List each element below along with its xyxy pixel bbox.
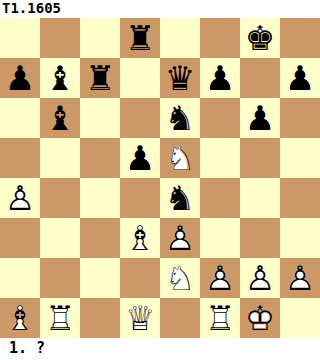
square-b6[interactable]: ♝ <box>40 98 80 138</box>
square-e5[interactable]: ♞♘ <box>160 138 200 178</box>
square-b4[interactable] <box>40 178 80 218</box>
square-h5[interactable] <box>280 138 320 178</box>
square-b3[interactable] <box>40 218 80 258</box>
square-g6[interactable]: ♟ <box>240 98 280 138</box>
square-f4[interactable] <box>200 178 240 218</box>
square-c3[interactable] <box>80 218 120 258</box>
piece-black-pawn: ♟ <box>200 58 240 98</box>
square-g8[interactable]: ♚ <box>240 18 280 58</box>
square-g7[interactable] <box>240 58 280 98</box>
square-e8[interactable] <box>160 18 200 58</box>
square-e3[interactable]: ♟♙ <box>160 218 200 258</box>
square-d1[interactable]: ♛♕ <box>120 298 160 338</box>
piece-black-pawn: ♟ <box>240 98 280 138</box>
piece-white-pawn: ♙ <box>160 218 200 258</box>
square-a4[interactable]: ♟♙ <box>0 178 40 218</box>
square-d7[interactable] <box>120 58 160 98</box>
square-f6[interactable] <box>200 98 240 138</box>
square-d8[interactable]: ♜ <box>120 18 160 58</box>
piece-white-pawn-fill: ♟ <box>0 178 40 218</box>
square-a3[interactable] <box>0 218 40 258</box>
square-b2[interactable] <box>40 258 80 298</box>
piece-black-rook: ♜ <box>120 18 160 58</box>
piece-white-bishop-fill: ♝ <box>120 218 160 258</box>
square-c6[interactable] <box>80 98 120 138</box>
square-b7[interactable]: ♝ <box>40 58 80 98</box>
puzzle-id: T1.1605 <box>0 0 320 18</box>
square-e4[interactable]: ♞ <box>160 178 200 218</box>
square-a2[interactable] <box>0 258 40 298</box>
piece-white-pawn-fill: ♟ <box>280 258 320 298</box>
square-d2[interactable] <box>120 258 160 298</box>
square-d4[interactable] <box>120 178 160 218</box>
piece-black-queen: ♛ <box>160 58 200 98</box>
square-a8[interactable] <box>0 18 40 58</box>
square-d6[interactable] <box>120 98 160 138</box>
piece-white-knight-fill: ♞ <box>160 138 200 178</box>
square-e7[interactable]: ♛ <box>160 58 200 98</box>
square-c4[interactable] <box>80 178 120 218</box>
square-e1[interactable] <box>160 298 200 338</box>
square-h8[interactable] <box>280 18 320 58</box>
square-f2[interactable]: ♟♙ <box>200 258 240 298</box>
square-f7[interactable]: ♟ <box>200 58 240 98</box>
square-g2[interactable]: ♟♙ <box>240 258 280 298</box>
piece-black-rook: ♜ <box>80 58 120 98</box>
piece-white-pawn: ♙ <box>240 258 280 298</box>
square-c8[interactable] <box>80 18 120 58</box>
piece-white-king-fill: ♚ <box>240 298 280 338</box>
square-d5[interactable]: ♟ <box>120 138 160 178</box>
piece-black-pawn: ♟ <box>280 58 320 98</box>
square-g1[interactable]: ♚♔ <box>240 298 280 338</box>
piece-white-pawn: ♙ <box>280 258 320 298</box>
square-f1[interactable]: ♜♖ <box>200 298 240 338</box>
square-c5[interactable] <box>80 138 120 178</box>
piece-white-rook: ♖ <box>40 298 80 338</box>
square-h6[interactable] <box>280 98 320 138</box>
square-a6[interactable] <box>0 98 40 138</box>
square-h2[interactable]: ♟♙ <box>280 258 320 298</box>
piece-black-knight: ♞ <box>160 98 200 138</box>
piece-black-knight: ♞ <box>160 178 200 218</box>
piece-black-king: ♚ <box>240 18 280 58</box>
piece-white-pawn-fill: ♟ <box>160 218 200 258</box>
square-d3[interactable]: ♝♗ <box>120 218 160 258</box>
square-h1[interactable] <box>280 298 320 338</box>
piece-white-knight: ♘ <box>160 258 200 298</box>
square-b1[interactable]: ♜♖ <box>40 298 80 338</box>
piece-white-king: ♔ <box>240 298 280 338</box>
move-prompt: 1. ? <box>0 338 320 360</box>
square-g3[interactable] <box>240 218 280 258</box>
square-g5[interactable] <box>240 138 280 178</box>
piece-white-bishop: ♗ <box>120 218 160 258</box>
piece-white-rook-fill: ♜ <box>40 298 80 338</box>
square-f3[interactable] <box>200 218 240 258</box>
square-e2[interactable]: ♞♘ <box>160 258 200 298</box>
piece-white-rook-fill: ♜ <box>200 298 240 338</box>
square-c1[interactable] <box>80 298 120 338</box>
piece-white-queen-fill: ♛ <box>120 298 160 338</box>
square-a1[interactable]: ♝♗ <box>0 298 40 338</box>
square-f5[interactable] <box>200 138 240 178</box>
square-b8[interactable] <box>40 18 80 58</box>
piece-white-rook: ♖ <box>200 298 240 338</box>
piece-white-pawn: ♙ <box>0 178 40 218</box>
piece-white-queen: ♕ <box>120 298 160 338</box>
square-a7[interactable]: ♟ <box>0 58 40 98</box>
piece-white-knight-fill: ♞ <box>160 258 200 298</box>
piece-white-pawn-fill: ♟ <box>200 258 240 298</box>
piece-white-bishop-fill: ♝ <box>0 298 40 338</box>
square-h3[interactable] <box>280 218 320 258</box>
piece-white-pawn: ♙ <box>200 258 240 298</box>
chess-board: ♜♚♟♝♜♛♟♟♝♞♟♟♞♘♟♙♞♝♗♟♙♞♘♟♙♟♙♟♙♝♗♜♖♛♕♜♖♚♔ <box>0 18 320 338</box>
piece-white-knight: ♘ <box>160 138 200 178</box>
piece-black-bishop: ♝ <box>40 58 80 98</box>
piece-white-bishop: ♗ <box>0 298 40 338</box>
square-h4[interactable] <box>280 178 320 218</box>
square-h7[interactable]: ♟ <box>280 58 320 98</box>
square-a5[interactable] <box>0 138 40 178</box>
square-b5[interactable] <box>40 138 80 178</box>
square-e6[interactable]: ♞ <box>160 98 200 138</box>
square-f8[interactable] <box>200 18 240 58</box>
piece-black-pawn: ♟ <box>0 58 40 98</box>
square-c7[interactable]: ♜ <box>80 58 120 98</box>
square-g4[interactable] <box>240 178 280 218</box>
square-c2[interactable] <box>80 258 120 298</box>
piece-black-pawn: ♟ <box>120 138 160 178</box>
piece-white-pawn-fill: ♟ <box>240 258 280 298</box>
piece-black-bishop: ♝ <box>40 98 80 138</box>
